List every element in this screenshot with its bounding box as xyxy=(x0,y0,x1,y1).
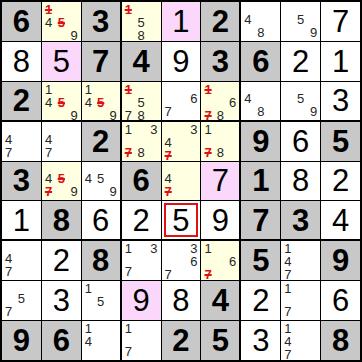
pencil-mark: 4 xyxy=(165,136,172,149)
solved-digit: 1 xyxy=(172,6,189,37)
pencil-mark: 7 xyxy=(5,146,12,159)
pencil-mark: 5 xyxy=(97,295,104,308)
cell-r8c5[interactable]: 8 xyxy=(162,281,201,320)
solved-digit: 9 xyxy=(172,46,189,77)
cell-r8c4[interactable]: 9 xyxy=(122,281,161,320)
cell-r9c6[interactable]: 5 xyxy=(201,321,240,360)
given-digit: 7 xyxy=(252,205,269,236)
cell-r7c9[interactable]: 9 xyxy=(321,241,360,280)
pencil-mark: 7 xyxy=(125,345,132,358)
pencil-mark-eliminated: 7 xyxy=(45,185,52,198)
cell-r7c5[interactable]: 367 xyxy=(162,241,201,280)
solved-digit: 1 xyxy=(332,46,349,77)
given-digit: 2 xyxy=(13,85,30,116)
cell-r8c1[interactable]: 57 xyxy=(2,281,41,320)
pencil-mark: 7 xyxy=(125,265,132,278)
pencil-mark-eliminated: 5 xyxy=(58,172,65,185)
pencil-marks: 48 xyxy=(244,3,277,39)
cell-r4c8[interactable]: 6 xyxy=(281,122,320,161)
cell-r9c8[interactable]: 147 xyxy=(281,321,320,360)
pencil-mark: 1 xyxy=(85,83,92,96)
given-digit: 5 xyxy=(252,245,269,276)
pencil-marks: 147 xyxy=(284,322,317,358)
given-digit: 6 xyxy=(252,46,269,77)
pencil-mark: 8 xyxy=(137,146,144,159)
solved-digit: 9 xyxy=(132,285,149,316)
pencil-marks: 47 xyxy=(5,123,38,159)
pencil-mark: 8 xyxy=(137,109,144,121)
pencil-mark: 8 xyxy=(217,109,224,121)
given-digit: 2 xyxy=(92,126,109,157)
cell-r1c5[interactable]: 1 xyxy=(162,2,201,41)
given-digit: 9 xyxy=(332,245,349,276)
pencil-mark: 3 xyxy=(150,242,157,255)
cell-r3c1[interactable]: 2 xyxy=(2,82,41,121)
pencil-mark: 5 xyxy=(137,96,144,109)
cell-r4c5[interactable]: 347 xyxy=(162,122,201,161)
pencil-mark: 1 xyxy=(125,242,132,255)
cell-r7c3[interactable]: 8 xyxy=(82,241,121,280)
pencil-mark: 7 xyxy=(165,268,172,280)
cell-r3c7[interactable]: 48 xyxy=(241,82,280,121)
pencil-marks: 167 xyxy=(204,242,236,278)
pencil-mark: 7 xyxy=(284,305,291,318)
cell-r9c1[interactable]: 9 xyxy=(2,321,41,360)
cell-r4c1[interactable]: 47 xyxy=(2,122,41,161)
solved-digit: 6 xyxy=(292,126,309,157)
pencil-marks: 17 xyxy=(125,322,158,358)
pencil-mark: 1 xyxy=(125,123,132,136)
cell-r5c5[interactable]: 47 xyxy=(162,162,201,201)
given-digit: 1 xyxy=(252,165,269,196)
cell-r2c6[interactable]: 3 xyxy=(201,42,240,81)
solved-digit: 2 xyxy=(132,205,149,236)
given-digit: 7 xyxy=(92,46,109,77)
cell-r2c9[interactable]: 1 xyxy=(321,42,360,81)
cell-r9c3[interactable]: 14 xyxy=(82,321,121,360)
given-digit: 8 xyxy=(332,325,349,356)
pencil-mark: 1 xyxy=(204,242,211,255)
cell-r9c2[interactable]: 6 xyxy=(42,321,81,360)
solved-digit: 5 xyxy=(172,205,189,236)
solved-digit: 3 xyxy=(53,285,70,316)
pencil-mark: 4 xyxy=(85,96,92,109)
solved-digit: 7 xyxy=(212,165,229,196)
pencil-mark: 7 xyxy=(5,265,12,278)
pencil-mark: 5 xyxy=(18,292,25,305)
pencil-marks: 59 xyxy=(284,83,317,118)
pencil-mark-eliminated: 1 xyxy=(125,3,132,16)
given-digit: 2 xyxy=(212,6,229,37)
given-digit: 6 xyxy=(132,165,149,196)
pencil-marks: 4579 xyxy=(45,163,78,199)
cell-r1c4[interactable]: 158 xyxy=(122,2,161,41)
pencil-mark-eliminated: 5 xyxy=(58,16,65,29)
cell-r1c6[interactable]: 2 xyxy=(201,2,240,41)
pencil-mark: 4 xyxy=(244,13,251,26)
cell-r2c3[interactable]: 7 xyxy=(82,42,121,81)
cell-r2c2[interactable]: 5 xyxy=(42,42,81,81)
cell-r3c9[interactable]: 3 xyxy=(321,82,360,121)
pencil-mark: 1 xyxy=(284,322,291,335)
cell-r1c3[interactable]: 3 xyxy=(82,2,121,41)
given-digit: 8 xyxy=(92,245,109,276)
given-digit: 2 xyxy=(172,325,189,356)
cell-r1c9[interactable]: 7 xyxy=(321,2,360,41)
pencil-mark: 6 xyxy=(190,255,197,268)
pencil-mark: 1 xyxy=(204,123,211,136)
cell-r6c8[interactable]: 3 xyxy=(281,201,320,240)
pencil-mark-eliminated: 7 xyxy=(165,149,172,161)
cell-r5c4[interactable]: 6 xyxy=(122,162,161,201)
pencil-mark: 3 xyxy=(150,123,157,136)
pencil-marks: 347 xyxy=(165,123,198,159)
solved-digit: 6 xyxy=(92,205,109,236)
cell-r5c3[interactable]: 459 xyxy=(82,162,121,201)
cell-r3c2[interactable]: 1459 xyxy=(42,82,81,121)
pencil-mark: 4 xyxy=(284,255,291,268)
pencil-mark: 1 xyxy=(85,282,92,295)
cell-r8c8[interactable]: 17 xyxy=(281,281,320,320)
pencil-mark: 7 xyxy=(284,348,291,360)
solved-digit: 2 xyxy=(53,245,70,276)
pencil-mark: 8 xyxy=(217,146,224,159)
solved-digit: 1 xyxy=(13,205,30,236)
pencil-mark: 5 xyxy=(297,13,304,26)
pencil-mark: 9 xyxy=(71,185,78,198)
solved-digit: 2 xyxy=(252,285,269,316)
pencil-mark: 6 xyxy=(229,255,236,268)
pencil-mark: 4 xyxy=(85,335,92,348)
solved-digit: 2 xyxy=(292,46,309,77)
pencil-mark: 1 xyxy=(85,322,92,335)
pencil-mark: 1 xyxy=(284,282,291,295)
cell-r7c6[interactable]: 167 xyxy=(201,241,240,280)
pencil-mark-eliminated: 1 xyxy=(45,3,52,16)
pencil-mark: 1 xyxy=(45,83,52,96)
pencil-mark: 4 xyxy=(45,16,52,29)
pencil-mark-eliminated: 7 xyxy=(125,146,132,159)
pencil-marks: 15 xyxy=(85,282,117,318)
pencil-mark-eliminated: 7 xyxy=(204,109,211,121)
pencil-mark: 4 xyxy=(5,133,12,146)
cell-r3c5[interactable]: 67 xyxy=(162,82,201,121)
given-digit: 5 xyxy=(212,325,229,356)
cell-r5c1[interactable]: 3 xyxy=(2,162,41,201)
cell-r2c8[interactable]: 2 xyxy=(281,42,320,81)
cell-r4c9[interactable]: 5 xyxy=(321,122,360,161)
pencil-marks: 1578 xyxy=(125,83,158,118)
cell-r8c2[interactable]: 3 xyxy=(42,281,81,320)
pencil-marks: 1459 xyxy=(85,83,117,118)
cell-r7c2[interactable]: 2 xyxy=(42,241,81,280)
pencil-mark: 5 xyxy=(137,16,144,29)
pencil-mark: 3 xyxy=(190,123,197,136)
cell-r3c4[interactable]: 1578 xyxy=(122,82,161,121)
cell-r2c4[interactable]: 4 xyxy=(122,42,161,81)
pencil-mark: 4 xyxy=(45,96,52,109)
solved-digit: 9 xyxy=(212,205,229,236)
pencil-mark: 4 xyxy=(165,172,172,185)
pencil-mark: 9 xyxy=(71,29,78,41)
cell-r6c9[interactable]: 4 xyxy=(321,201,360,240)
solved-digit: 3 xyxy=(252,325,269,356)
given-digit: 8 xyxy=(53,205,70,236)
pencil-mark-eliminated: 1 xyxy=(125,83,132,96)
cell-r8c7[interactable]: 2 xyxy=(241,281,280,320)
pencil-mark: 7 xyxy=(45,146,52,159)
cell-r3c6[interactable]: 1678 xyxy=(201,82,240,121)
given-digit: 6 xyxy=(53,325,70,356)
pencil-marks: 1459 xyxy=(45,83,78,118)
pencil-marks: 178 xyxy=(204,123,236,159)
given-digit: 6 xyxy=(13,6,30,37)
given-digit: 4 xyxy=(212,285,229,316)
pencil-marks: 459 xyxy=(85,163,117,199)
pencil-mark: 4 xyxy=(45,133,52,146)
pencil-marks: 47 xyxy=(5,242,38,278)
pencil-marks: 47 xyxy=(165,163,198,199)
pencil-marks: 137 xyxy=(125,242,158,278)
pencil-marks: 17 xyxy=(284,282,317,318)
pencil-mark: 8 xyxy=(257,105,264,118)
cell-r6c1[interactable]: 1 xyxy=(2,201,41,240)
cell-r6c4[interactable]: 2 xyxy=(122,201,161,240)
cell-r6c3[interactable]: 6 xyxy=(82,201,121,240)
cell-r6c6[interactable]: 9 xyxy=(201,201,240,240)
given-digit: 9 xyxy=(252,126,269,157)
pencil-mark: 7 xyxy=(165,105,172,118)
pencil-marks: 1459 xyxy=(45,3,78,39)
solved-digit: 8 xyxy=(13,46,30,77)
pencil-mark: 9 xyxy=(109,109,116,121)
cell-r2c5[interactable]: 9 xyxy=(162,42,201,81)
given-digit: 4 xyxy=(132,46,149,77)
cell-r2c7[interactable]: 6 xyxy=(241,42,280,81)
cell-r9c7[interactable]: 3 xyxy=(241,321,280,360)
pencil-mark: 8 xyxy=(137,29,144,41)
pencil-mark-eliminated: 7 xyxy=(204,146,211,159)
pencil-mark: 7 xyxy=(284,268,291,280)
pencil-mark: 6 xyxy=(190,92,197,105)
cell-r1c1[interactable]: 6 xyxy=(2,2,41,41)
given-digit: 9 xyxy=(13,325,30,356)
pencil-mark: 4 xyxy=(284,335,291,348)
cell-r9c4[interactable]: 17 xyxy=(122,321,161,360)
cell-r4c3[interactable]: 2 xyxy=(82,122,121,161)
cell-r5c6[interactable]: 7 xyxy=(201,162,240,201)
pencil-mark: 1 xyxy=(125,322,132,335)
cell-r9c5[interactable]: 2 xyxy=(162,321,201,360)
pencil-mark: 9 xyxy=(310,105,317,118)
pencil-mark: 9 xyxy=(71,109,78,121)
solved-digit: 7 xyxy=(332,6,349,37)
given-digit: 3 xyxy=(13,165,30,196)
pencil-mark: 3 xyxy=(190,242,197,255)
cell-r7c1[interactable]: 47 xyxy=(2,241,41,280)
pencil-marks: 158 xyxy=(125,3,158,39)
pencil-marks: 147 xyxy=(284,242,317,278)
cell-r3c3[interactable]: 1459 xyxy=(82,82,121,121)
cell-r6c2[interactable]: 8 xyxy=(42,201,81,240)
pencil-marks: 57 xyxy=(5,282,38,318)
solved-digit: 5 xyxy=(53,46,70,77)
solved-digit: 3 xyxy=(332,85,349,116)
pencil-mark: 8 xyxy=(257,26,264,39)
cell-r1c8[interactable]: 59 xyxy=(281,2,320,41)
cell-r4c7[interactable]: 9 xyxy=(241,122,280,161)
pencil-mark: 7 xyxy=(5,305,12,318)
pencil-mark-eliminated: 7 xyxy=(165,185,172,198)
cell-r1c2[interactable]: 1459 xyxy=(42,2,81,41)
pencil-mark: 4 xyxy=(5,252,12,265)
pencil-marks: 67 xyxy=(165,83,198,118)
cell-r4c4[interactable]: 1378 xyxy=(122,122,161,161)
cell-r9c9[interactable]: 8 xyxy=(321,321,360,360)
pencil-mark: 1 xyxy=(284,242,291,255)
pencil-mark: 4 xyxy=(244,92,251,105)
pencil-mark: 5 xyxy=(97,172,104,185)
cell-r4c6[interactable]: 178 xyxy=(201,122,240,161)
cell-r7c8[interactable]: 147 xyxy=(281,241,320,280)
solved-digit: 2 xyxy=(332,165,349,196)
pencil-marks: 1378 xyxy=(125,123,158,159)
pencil-marks: 14 xyxy=(85,322,117,358)
sudoku-board: 6145931581248597857493621214591459157867… xyxy=(0,0,362,362)
pencil-marks: 367 xyxy=(165,242,198,278)
cell-r5c2[interactable]: 4579 xyxy=(42,162,81,201)
pencil-mark: 9 xyxy=(109,185,116,198)
solved-digit: 8 xyxy=(292,165,309,196)
pencil-mark: 5 xyxy=(297,92,304,105)
cell-r4c2[interactable]: 47 xyxy=(42,122,81,161)
cell-r1c7[interactable]: 48 xyxy=(241,2,280,41)
pencil-mark-eliminated: 5 xyxy=(97,96,104,109)
cell-r7c4[interactable]: 137 xyxy=(122,241,161,280)
pencil-mark-eliminated: 7 xyxy=(204,268,211,280)
pencil-mark: 6 xyxy=(229,96,236,109)
cell-r2c1[interactable]: 8 xyxy=(2,42,41,81)
pencil-marks: 47 xyxy=(45,123,78,159)
solved-digit: 6 xyxy=(332,285,349,316)
cell-r6c5[interactable]: 5 xyxy=(162,201,201,240)
cell-r7c7[interactable]: 5 xyxy=(241,241,280,280)
cell-r3c8[interactable]: 59 xyxy=(281,82,320,121)
pencil-mark: 9 xyxy=(310,26,317,39)
cell-r5c8[interactable]: 8 xyxy=(281,162,320,201)
given-digit: 3 xyxy=(292,205,309,236)
pencil-mark: 7 xyxy=(125,109,132,121)
cell-r8c3[interactable]: 15 xyxy=(82,281,121,320)
pencil-marks: 48 xyxy=(244,83,277,118)
pencil-mark: 4 xyxy=(45,172,52,185)
pencil-marks: 59 xyxy=(284,3,317,39)
given-digit: 5 xyxy=(332,126,349,157)
cell-r5c7[interactable]: 1 xyxy=(241,162,280,201)
cell-r8c9[interactable]: 6 xyxy=(321,281,360,320)
cell-r5c9[interactable]: 2 xyxy=(321,162,360,201)
given-digit: 3 xyxy=(212,46,229,77)
cell-r8c6[interactable]: 4 xyxy=(201,281,240,320)
solved-digit: 8 xyxy=(172,285,189,316)
solved-digit: 4 xyxy=(332,205,349,236)
pencil-marks: 1678 xyxy=(204,83,236,118)
cell-r6c7[interactable]: 7 xyxy=(241,201,280,240)
pencil-mark: 4 xyxy=(85,172,92,185)
pencil-mark-eliminated: 5 xyxy=(58,96,65,109)
pencil-mark-eliminated: 1 xyxy=(204,83,211,96)
given-digit: 3 xyxy=(92,6,109,37)
